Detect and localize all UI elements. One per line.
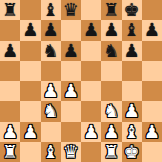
square-c6[interactable]: ♞: [41, 41, 61, 61]
square-d6[interactable]: ♟: [61, 41, 81, 61]
square-e4[interactable]: [81, 81, 101, 101]
square-a1[interactable]: ♜: [0, 142, 20, 162]
black-bishop[interactable]: ♝: [124, 21, 140, 39]
chess-board: ♜♝♛♜♚♟♟♟♟♝♟♟♞♟♞♟♟♟♞♞♟♟♟♟♟♝♟♜♝♛♜♚: [0, 0, 162, 162]
square-g4[interactable]: [122, 81, 142, 101]
square-e2[interactable]: ♟: [81, 122, 101, 142]
square-d4[interactable]: ♟: [61, 81, 81, 101]
white-bishop[interactable]: ♝: [43, 142, 59, 160]
black-pawn[interactable]: ♟: [43, 21, 59, 39]
black-rook[interactable]: ♜: [2, 1, 18, 19]
square-a4[interactable]: [0, 81, 20, 101]
white-queen[interactable]: ♛: [63, 142, 79, 160]
square-h7[interactable]: ♟: [142, 20, 162, 40]
square-e1[interactable]: [81, 142, 101, 162]
black-king[interactable]: ♚: [124, 1, 140, 19]
square-b3[interactable]: [20, 101, 40, 121]
square-b6[interactable]: [20, 41, 40, 61]
white-rook[interactable]: ♜: [103, 142, 119, 160]
square-c1[interactable]: ♝: [41, 142, 61, 162]
black-bishop[interactable]: ♝: [43, 1, 59, 19]
black-rook[interactable]: ♜: [103, 1, 119, 19]
white-pawn[interactable]: ♟: [103, 122, 119, 140]
black-pawn[interactable]: ♟: [63, 41, 79, 59]
white-pawn[interactable]: ♟: [83, 122, 99, 140]
black-pawn[interactable]: ♟: [83, 21, 99, 39]
square-a2[interactable]: ♟: [0, 122, 20, 142]
square-f7[interactable]: ♟: [101, 20, 121, 40]
square-g5[interactable]: [122, 61, 142, 81]
white-pawn[interactable]: ♟: [43, 82, 59, 100]
square-e5[interactable]: [81, 61, 101, 81]
square-c8[interactable]: ♝: [41, 0, 61, 20]
square-d3[interactable]: [61, 101, 81, 121]
white-king[interactable]: ♚: [124, 142, 140, 160]
square-b1[interactable]: [20, 142, 40, 162]
square-f6[interactable]: ♞: [101, 41, 121, 61]
square-b4[interactable]: [20, 81, 40, 101]
square-h8[interactable]: [142, 0, 162, 20]
square-f4[interactable]: [101, 81, 121, 101]
square-g3[interactable]: ♟: [122, 101, 142, 121]
black-pawn[interactable]: ♟: [22, 21, 38, 39]
square-d2[interactable]: [61, 122, 81, 142]
square-e8[interactable]: [81, 0, 101, 20]
white-knight[interactable]: ♞: [103, 102, 119, 120]
white-knight[interactable]: ♞: [43, 102, 59, 120]
square-b2[interactable]: ♟: [20, 122, 40, 142]
square-h3[interactable]: [142, 101, 162, 121]
square-g2[interactable]: ♝: [122, 122, 142, 142]
square-h5[interactable]: [142, 61, 162, 81]
square-a3[interactable]: [0, 101, 20, 121]
square-h6[interactable]: [142, 41, 162, 61]
square-c2[interactable]: [41, 122, 61, 142]
square-f5[interactable]: [101, 61, 121, 81]
black-knight[interactable]: ♞: [103, 41, 119, 59]
square-d8[interactable]: ♛: [61, 0, 81, 20]
square-h1[interactable]: [142, 142, 162, 162]
square-f1[interactable]: ♜: [101, 142, 121, 162]
white-pawn[interactable]: ♟: [124, 102, 140, 120]
square-e3[interactable]: [81, 101, 101, 121]
square-c4[interactable]: ♟: [41, 81, 61, 101]
black-pawn[interactable]: ♟: [2, 41, 18, 59]
square-c3[interactable]: ♞: [41, 101, 61, 121]
square-b5[interactable]: [20, 61, 40, 81]
square-f2[interactable]: ♟: [101, 122, 121, 142]
white-pawn[interactable]: ♟: [22, 122, 38, 140]
black-pawn[interactable]: ♟: [103, 21, 119, 39]
square-g1[interactable]: ♚: [122, 142, 142, 162]
square-a8[interactable]: ♜: [0, 0, 20, 20]
square-h2[interactable]: ♟: [142, 122, 162, 142]
square-a6[interactable]: ♟: [0, 41, 20, 61]
black-pawn[interactable]: ♟: [144, 21, 160, 39]
square-g7[interactable]: ♝: [122, 20, 142, 40]
square-c5[interactable]: [41, 61, 61, 81]
white-rook[interactable]: ♜: [2, 142, 18, 160]
white-pawn[interactable]: ♟: [144, 122, 160, 140]
square-g8[interactable]: ♚: [122, 0, 142, 20]
square-b8[interactable]: [20, 0, 40, 20]
white-pawn[interactable]: ♟: [2, 122, 18, 140]
square-a7[interactable]: [0, 20, 20, 40]
square-a5[interactable]: [0, 61, 20, 81]
black-pawn[interactable]: ♟: [124, 41, 140, 59]
square-d5[interactable]: [61, 61, 81, 81]
square-f8[interactable]: ♜: [101, 0, 121, 20]
square-f3[interactable]: ♞: [101, 101, 121, 121]
black-queen[interactable]: ♛: [63, 1, 79, 19]
white-bishop[interactable]: ♝: [124, 122, 140, 140]
square-d1[interactable]: ♛: [61, 142, 81, 162]
square-d7[interactable]: [61, 20, 81, 40]
white-pawn[interactable]: ♟: [63, 82, 79, 100]
black-knight[interactable]: ♞: [43, 41, 59, 59]
square-g6[interactable]: ♟: [122, 41, 142, 61]
square-h4[interactable]: [142, 81, 162, 101]
square-e6[interactable]: [81, 41, 101, 61]
square-c7[interactable]: ♟: [41, 20, 61, 40]
square-b7[interactable]: ♟: [20, 20, 40, 40]
square-e7[interactable]: ♟: [81, 20, 101, 40]
